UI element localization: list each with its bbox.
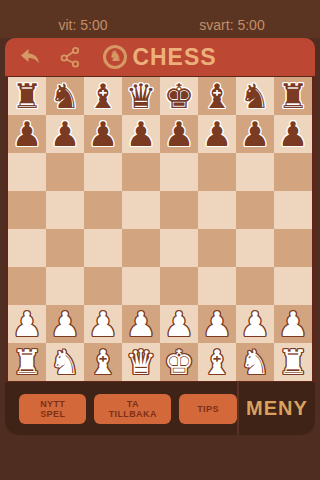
square-d8[interactable]: ♛ (122, 77, 160, 115)
square-c1[interactable]: ♝ (84, 343, 122, 381)
white-pawn-piece[interactable]: ♟ (164, 305, 194, 343)
square-g4[interactable] (236, 229, 274, 267)
square-b8[interactable]: ♞ (46, 77, 84, 115)
white-knight-piece[interactable]: ♞ (240, 343, 270, 381)
square-c4[interactable] (84, 229, 122, 267)
white-rook-piece[interactable]: ♜ (278, 343, 308, 381)
white-bishop-piece[interactable]: ♝ (88, 343, 118, 381)
square-f3[interactable] (198, 267, 236, 305)
black-pawn-piece[interactable]: ♟ (12, 115, 42, 153)
square-c2[interactable]: ♟ (84, 305, 122, 343)
header-bar: ♞ CHESS (5, 38, 315, 76)
square-c3[interactable] (84, 267, 122, 305)
square-h5[interactable] (274, 191, 312, 229)
square-b1[interactable]: ♞ (46, 343, 84, 381)
black-pawn-piece[interactable]: ♟ (202, 115, 232, 153)
square-a5[interactable] (8, 191, 46, 229)
square-f4[interactable] (198, 229, 236, 267)
back-icon[interactable] (17, 44, 43, 70)
black-rook-piece[interactable]: ♜ (12, 77, 42, 115)
square-h6[interactable] (274, 153, 312, 191)
square-a2[interactable]: ♟ (8, 305, 46, 343)
take-back-button[interactable]: TA TILLBAKA (94, 394, 171, 424)
square-h7[interactable]: ♟ (274, 115, 312, 153)
white-clock: vit: 5:00 (58, 17, 107, 33)
black-pawn-piece[interactable]: ♟ (278, 115, 308, 153)
white-bishop-piece[interactable]: ♝ (202, 343, 232, 381)
square-c8[interactable]: ♝ (84, 77, 122, 115)
black-pawn-piece[interactable]: ♟ (88, 115, 118, 153)
app-card: ♞ CHESS ♜♞♝♛♚♝♞♜♟♟♟♟♟♟♟♟♟♟♟♟♟♟♟♟♜♞♝♛♚♝♞♜… (5, 38, 315, 435)
hint-button[interactable]: TIPS (179, 394, 237, 424)
square-h1[interactable]: ♜ (274, 343, 312, 381)
chess-board[interactable]: ♜♞♝♛♚♝♞♜♟♟♟♟♟♟♟♟♟♟♟♟♟♟♟♟♜♞♝♛♚♝♞♜ (8, 77, 312, 381)
square-d3[interactable] (122, 267, 160, 305)
square-d2[interactable]: ♟ (122, 305, 160, 343)
square-b2[interactable]: ♟ (46, 305, 84, 343)
white-pawn-piece[interactable]: ♟ (88, 305, 118, 343)
square-a4[interactable] (8, 229, 46, 267)
white-pawn-piece[interactable]: ♟ (202, 305, 232, 343)
clock-bar: vit: 5:00 svart: 5:00 (0, 0, 320, 38)
square-f7[interactable]: ♟ (198, 115, 236, 153)
black-pawn-piece[interactable]: ♟ (50, 115, 80, 153)
square-e2[interactable]: ♟ (160, 305, 198, 343)
square-f2[interactable]: ♟ (198, 305, 236, 343)
white-pawn-piece[interactable]: ♟ (240, 305, 270, 343)
square-e1[interactable]: ♚ (160, 343, 198, 381)
square-d4[interactable] (122, 229, 160, 267)
square-f8[interactable]: ♝ (198, 77, 236, 115)
square-d5[interactable] (122, 191, 160, 229)
knight-logo-icon: ♞ (103, 45, 127, 69)
square-f5[interactable] (198, 191, 236, 229)
white-pawn-piece[interactable]: ♟ (126, 305, 156, 343)
square-g3[interactable] (236, 267, 274, 305)
black-knight-piece[interactable]: ♞ (240, 77, 270, 115)
square-a6[interactable] (8, 153, 46, 191)
square-f1[interactable]: ♝ (198, 343, 236, 381)
square-h2[interactable]: ♟ (274, 305, 312, 343)
black-knight-piece[interactable]: ♞ (50, 77, 80, 115)
square-f6[interactable] (198, 153, 236, 191)
menu-button[interactable]: MENY (239, 397, 315, 420)
bottom-panel: NYTT SPEL TA TILLBAKA TIPS MENY (5, 382, 315, 435)
square-b4[interactable] (46, 229, 84, 267)
square-g1[interactable]: ♞ (236, 343, 274, 381)
square-c7[interactable]: ♟ (84, 115, 122, 153)
white-king-piece[interactable]: ♚ (164, 343, 194, 381)
new-game-button[interactable]: NYTT SPEL (19, 394, 86, 424)
black-queen-piece[interactable]: ♛ (126, 77, 156, 115)
square-e4[interactable] (160, 229, 198, 267)
square-g5[interactable] (236, 191, 274, 229)
square-b5[interactable] (46, 191, 84, 229)
black-pawn-piece[interactable]: ♟ (164, 115, 194, 153)
square-a1[interactable]: ♜ (8, 343, 46, 381)
square-d1[interactable]: ♛ (122, 343, 160, 381)
square-d6[interactable] (122, 153, 160, 191)
square-a3[interactable] (8, 267, 46, 305)
square-e6[interactable] (160, 153, 198, 191)
square-c6[interactable] (84, 153, 122, 191)
bottom-background (0, 435, 320, 480)
share-icon[interactable] (57, 44, 83, 70)
square-g8[interactable]: ♞ (236, 77, 274, 115)
black-bishop-piece[interactable]: ♝ (88, 77, 118, 115)
black-pawn-piece[interactable]: ♟ (240, 115, 270, 153)
title-group: ♞ CHESS (5, 38, 315, 76)
square-e5[interactable] (160, 191, 198, 229)
square-d7[interactable]: ♟ (122, 115, 160, 153)
square-h3[interactable] (274, 267, 312, 305)
black-rook-piece[interactable]: ♜ (278, 77, 308, 115)
square-a7[interactable]: ♟ (8, 115, 46, 153)
square-g7[interactable]: ♟ (236, 115, 274, 153)
app-screen: vit: 5:00 svart: 5:00 ♞ CHESS (0, 0, 320, 480)
black-bishop-piece[interactable]: ♝ (202, 77, 232, 115)
square-e7[interactable]: ♟ (160, 115, 198, 153)
black-clock: svart: 5:00 (199, 17, 264, 33)
square-h4[interactable] (274, 229, 312, 267)
square-g6[interactable] (236, 153, 274, 191)
white-pawn-piece[interactable]: ♟ (50, 305, 80, 343)
square-h8[interactable]: ♜ (274, 77, 312, 115)
square-g2[interactable]: ♟ (236, 305, 274, 343)
white-pawn-piece[interactable]: ♟ (278, 305, 308, 343)
board-frame: ♜♞♝♛♚♝♞♜♟♟♟♟♟♟♟♟♟♟♟♟♟♟♟♟♜♞♝♛♚♝♞♜ (5, 76, 315, 382)
black-pawn-piece[interactable]: ♟ (126, 115, 156, 153)
square-b3[interactable] (46, 267, 84, 305)
square-e8[interactable]: ♚ (160, 77, 198, 115)
app-title: CHESS (132, 44, 216, 71)
button-row: NYTT SPEL TA TILLBAKA TIPS (5, 394, 237, 424)
square-a8[interactable]: ♜ (8, 77, 46, 115)
black-king-piece[interactable]: ♚ (164, 77, 194, 115)
white-pawn-piece[interactable]: ♟ (12, 305, 42, 343)
white-knight-piece[interactable]: ♞ (50, 343, 80, 381)
white-rook-piece[interactable]: ♜ (12, 343, 42, 381)
square-e3[interactable] (160, 267, 198, 305)
white-queen-piece[interactable]: ♛ (126, 343, 156, 381)
square-c5[interactable] (84, 191, 122, 229)
square-b7[interactable]: ♟ (46, 115, 84, 153)
square-b6[interactable] (46, 153, 84, 191)
